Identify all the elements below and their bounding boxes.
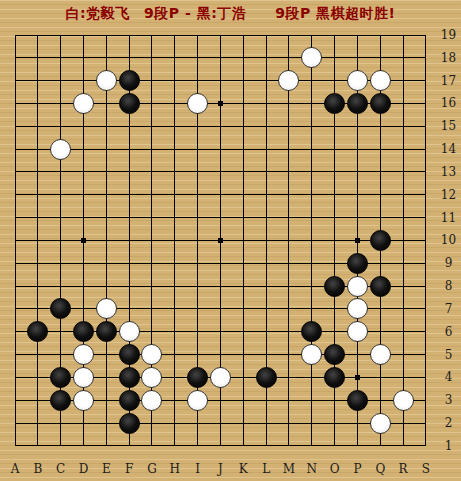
intersection-O3[interactable] [323,389,346,412]
intersection-B17[interactable] [26,69,49,92]
intersection-P18[interactable] [346,46,369,69]
intersection-K18[interactable] [232,46,255,69]
intersection-L11[interactable] [255,206,278,229]
intersection-N11[interactable] [300,206,323,229]
intersection-M16[interactable] [278,92,301,115]
intersection-Q9[interactable] [369,252,392,275]
intersection-L7[interactable] [255,298,278,321]
intersection-L16[interactable] [255,92,278,115]
intersection-E8[interactable] [95,275,118,298]
intersection-N19[interactable] [300,24,323,47]
intersection-M17[interactable] [278,69,301,92]
intersection-G3[interactable] [141,389,164,412]
intersection-K5[interactable] [232,343,255,366]
intersection-D9[interactable] [72,252,95,275]
intersection-F12[interactable] [118,183,141,206]
intersection-A18[interactable] [4,46,27,69]
intersection-P19[interactable] [346,24,369,47]
intersection-O19[interactable] [323,24,346,47]
intersection-J10[interactable] [209,229,232,252]
intersection-N1[interactable] [300,435,323,458]
intersection-O17[interactable] [323,69,346,92]
intersection-E18[interactable] [95,46,118,69]
intersection-I13[interactable] [186,161,209,184]
intersection-N6[interactable] [300,320,323,343]
intersection-D7[interactable] [72,298,95,321]
intersection-H13[interactable] [163,161,186,184]
intersection-G5[interactable] [141,343,164,366]
intersection-P10[interactable] [346,229,369,252]
intersection-C1[interactable] [49,435,72,458]
intersection-R2[interactable] [392,412,415,435]
intersection-H5[interactable] [163,343,186,366]
intersection-A7[interactable] [4,298,27,321]
intersection-N16[interactable] [300,92,323,115]
intersection-Q2[interactable] [369,412,392,435]
intersection-O9[interactable] [323,252,346,275]
intersection-J18[interactable] [209,46,232,69]
intersection-E7[interactable] [95,298,118,321]
intersection-S9[interactable] [415,252,438,275]
intersection-N9[interactable] [300,252,323,275]
intersection-P16[interactable] [346,92,369,115]
intersection-N4[interactable] [300,366,323,389]
intersection-A2[interactable] [4,412,27,435]
intersection-M5[interactable] [278,343,301,366]
intersection-G18[interactable] [141,46,164,69]
intersection-K14[interactable] [232,138,255,161]
intersection-H16[interactable] [163,92,186,115]
intersection-C2[interactable] [49,412,72,435]
intersection-R13[interactable] [392,161,415,184]
intersection-S5[interactable] [415,343,438,366]
intersection-C8[interactable] [49,275,72,298]
intersection-O12[interactable] [323,183,346,206]
intersection-J8[interactable] [209,275,232,298]
intersection-A9[interactable] [4,252,27,275]
intersection-H19[interactable] [163,24,186,47]
intersection-L4[interactable] [255,366,278,389]
intersection-D11[interactable] [72,206,95,229]
intersection-K15[interactable] [232,115,255,138]
intersection-Q1[interactable] [369,435,392,458]
intersection-P7[interactable] [346,298,369,321]
intersection-K12[interactable] [232,183,255,206]
intersection-H3[interactable] [163,389,186,412]
intersection-B15[interactable] [26,115,49,138]
intersection-N18[interactable] [300,46,323,69]
intersection-F1[interactable] [118,435,141,458]
intersection-F4[interactable] [118,366,141,389]
intersection-H4[interactable] [163,366,186,389]
intersection-M4[interactable] [278,366,301,389]
intersection-J1[interactable] [209,435,232,458]
intersection-E6[interactable] [95,320,118,343]
intersection-O5[interactable] [323,343,346,366]
intersection-A13[interactable] [4,161,27,184]
intersection-O8[interactable] [323,275,346,298]
intersection-C10[interactable] [49,229,72,252]
intersection-N8[interactable] [300,275,323,298]
intersection-K7[interactable] [232,298,255,321]
intersection-S2[interactable] [415,412,438,435]
intersection-M1[interactable] [278,435,301,458]
intersection-I5[interactable] [186,343,209,366]
intersection-P12[interactable] [346,183,369,206]
intersection-B8[interactable] [26,275,49,298]
intersection-Q17[interactable] [369,69,392,92]
intersection-E12[interactable] [95,183,118,206]
intersection-K17[interactable] [232,69,255,92]
intersection-L5[interactable] [255,343,278,366]
intersection-N10[interactable] [300,229,323,252]
intersection-S7[interactable] [415,298,438,321]
intersection-H9[interactable] [163,252,186,275]
intersection-H17[interactable] [163,69,186,92]
intersection-R3[interactable] [392,389,415,412]
intersection-I18[interactable] [186,46,209,69]
intersection-O15[interactable] [323,115,346,138]
intersection-S12[interactable] [415,183,438,206]
intersection-D16[interactable] [72,92,95,115]
intersection-J12[interactable] [209,183,232,206]
intersection-P11[interactable] [346,206,369,229]
intersection-B6[interactable] [26,320,49,343]
intersection-G14[interactable] [141,138,164,161]
intersection-N5[interactable] [300,343,323,366]
intersection-B5[interactable] [26,343,49,366]
intersection-G6[interactable] [141,320,164,343]
intersection-N13[interactable] [300,161,323,184]
intersection-L15[interactable] [255,115,278,138]
intersection-D14[interactable] [72,138,95,161]
intersection-S19[interactable] [415,24,438,47]
intersection-Q3[interactable] [369,389,392,412]
intersection-R11[interactable] [392,206,415,229]
intersection-S10[interactable] [415,229,438,252]
intersection-J15[interactable] [209,115,232,138]
intersection-K4[interactable] [232,366,255,389]
intersection-I9[interactable] [186,252,209,275]
intersection-L14[interactable] [255,138,278,161]
intersection-R12[interactable] [392,183,415,206]
intersection-Q16[interactable] [369,92,392,115]
intersection-E10[interactable] [95,229,118,252]
intersection-J7[interactable] [209,298,232,321]
intersection-O4[interactable] [323,366,346,389]
intersection-M18[interactable] [278,46,301,69]
intersection-K8[interactable] [232,275,255,298]
intersection-B12[interactable] [26,183,49,206]
intersection-G12[interactable] [141,183,164,206]
intersection-M6[interactable] [278,320,301,343]
intersection-N17[interactable] [300,69,323,92]
intersection-K1[interactable] [232,435,255,458]
intersection-J19[interactable] [209,24,232,47]
intersection-H7[interactable] [163,298,186,321]
intersection-D1[interactable] [72,435,95,458]
intersection-G8[interactable] [141,275,164,298]
intersection-P6[interactable] [346,320,369,343]
intersection-C15[interactable] [49,115,72,138]
intersection-D8[interactable] [72,275,95,298]
intersection-A15[interactable] [4,115,27,138]
intersection-I14[interactable] [186,138,209,161]
intersection-I10[interactable] [186,229,209,252]
intersection-H8[interactable] [163,275,186,298]
intersection-B3[interactable] [26,389,49,412]
intersection-H14[interactable] [163,138,186,161]
intersection-G9[interactable] [141,252,164,275]
intersection-P4[interactable] [346,366,369,389]
intersection-Q7[interactable] [369,298,392,321]
intersection-A1[interactable] [4,435,27,458]
intersection-Q13[interactable] [369,161,392,184]
intersection-A5[interactable] [4,343,27,366]
intersection-O7[interactable] [323,298,346,321]
intersection-J16[interactable] [209,92,232,115]
intersection-M11[interactable] [278,206,301,229]
intersection-F10[interactable] [118,229,141,252]
intersection-G15[interactable] [141,115,164,138]
intersection-F18[interactable] [118,46,141,69]
intersection-D6[interactable] [72,320,95,343]
intersection-P3[interactable] [346,389,369,412]
intersection-J9[interactable] [209,252,232,275]
intersection-F7[interactable] [118,298,141,321]
intersection-K10[interactable] [232,229,255,252]
intersection-S1[interactable] [415,435,438,458]
intersection-R15[interactable] [392,115,415,138]
intersection-R9[interactable] [392,252,415,275]
intersection-N14[interactable] [300,138,323,161]
intersection-D4[interactable] [72,366,95,389]
intersection-P2[interactable] [346,412,369,435]
intersection-S18[interactable] [415,46,438,69]
intersection-K3[interactable] [232,389,255,412]
intersection-D15[interactable] [72,115,95,138]
intersection-I8[interactable] [186,275,209,298]
intersection-R17[interactable] [392,69,415,92]
intersection-S13[interactable] [415,161,438,184]
intersection-C19[interactable] [49,24,72,47]
intersection-C14[interactable] [49,138,72,161]
intersection-B18[interactable] [26,46,49,69]
intersection-Q12[interactable] [369,183,392,206]
intersection-Q18[interactable] [369,46,392,69]
intersection-J6[interactable] [209,320,232,343]
intersection-G2[interactable] [141,412,164,435]
intersection-D5[interactable] [72,343,95,366]
intersection-O6[interactable] [323,320,346,343]
intersection-F2[interactable] [118,412,141,435]
intersection-E1[interactable] [95,435,118,458]
intersection-S14[interactable] [415,138,438,161]
intersection-C18[interactable] [49,46,72,69]
intersection-E13[interactable] [95,161,118,184]
intersection-L9[interactable] [255,252,278,275]
intersection-A3[interactable] [4,389,27,412]
intersection-C3[interactable] [49,389,72,412]
intersection-N2[interactable] [300,412,323,435]
intersection-C11[interactable] [49,206,72,229]
intersection-J14[interactable] [209,138,232,161]
intersection-A16[interactable] [4,92,27,115]
intersection-F17[interactable] [118,69,141,92]
intersection-F16[interactable] [118,92,141,115]
intersection-L19[interactable] [255,24,278,47]
intersection-E5[interactable] [95,343,118,366]
intersection-A19[interactable] [4,24,27,47]
intersection-K2[interactable] [232,412,255,435]
intersection-M14[interactable] [278,138,301,161]
intersection-R16[interactable] [392,92,415,115]
intersection-H2[interactable] [163,412,186,435]
intersection-B4[interactable] [26,366,49,389]
intersection-L12[interactable] [255,183,278,206]
intersection-B11[interactable] [26,206,49,229]
intersection-S16[interactable] [415,92,438,115]
intersection-L17[interactable] [255,69,278,92]
intersection-R4[interactable] [392,366,415,389]
intersection-H15[interactable] [163,115,186,138]
intersection-L6[interactable] [255,320,278,343]
intersection-F8[interactable] [118,275,141,298]
intersection-B7[interactable] [26,298,49,321]
intersection-B10[interactable] [26,229,49,252]
intersection-F11[interactable] [118,206,141,229]
intersection-K11[interactable] [232,206,255,229]
intersection-K16[interactable] [232,92,255,115]
intersection-F9[interactable] [118,252,141,275]
intersection-D13[interactable] [72,161,95,184]
intersection-E3[interactable] [95,389,118,412]
intersection-O1[interactable] [323,435,346,458]
intersection-H11[interactable] [163,206,186,229]
intersection-C9[interactable] [49,252,72,275]
intersection-D2[interactable] [72,412,95,435]
intersection-B16[interactable] [26,92,49,115]
intersection-E15[interactable] [95,115,118,138]
intersection-I12[interactable] [186,183,209,206]
intersection-L18[interactable] [255,46,278,69]
intersection-M10[interactable] [278,229,301,252]
intersection-K9[interactable] [232,252,255,275]
intersection-I17[interactable] [186,69,209,92]
intersection-Q11[interactable] [369,206,392,229]
intersection-S17[interactable] [415,69,438,92]
intersection-Q19[interactable] [369,24,392,47]
intersection-F3[interactable] [118,389,141,412]
intersection-S15[interactable] [415,115,438,138]
intersection-O11[interactable] [323,206,346,229]
intersection-F5[interactable] [118,343,141,366]
intersection-Q8[interactable] [369,275,392,298]
intersection-E11[interactable] [95,206,118,229]
intersection-E14[interactable] [95,138,118,161]
intersection-M2[interactable] [278,412,301,435]
intersection-B13[interactable] [26,161,49,184]
intersection-S4[interactable] [415,366,438,389]
intersection-I7[interactable] [186,298,209,321]
intersection-C17[interactable] [49,69,72,92]
intersection-I6[interactable] [186,320,209,343]
intersection-A10[interactable] [4,229,27,252]
intersection-S6[interactable] [415,320,438,343]
intersection-Q10[interactable] [369,229,392,252]
intersection-B9[interactable] [26,252,49,275]
intersection-P9[interactable] [346,252,369,275]
intersection-A17[interactable] [4,69,27,92]
intersection-E4[interactable] [95,366,118,389]
intersection-P5[interactable] [346,343,369,366]
intersection-D3[interactable] [72,389,95,412]
intersection-A8[interactable] [4,275,27,298]
intersection-R5[interactable] [392,343,415,366]
intersection-H6[interactable] [163,320,186,343]
intersection-I1[interactable] [186,435,209,458]
intersection-I4[interactable] [186,366,209,389]
intersection-C16[interactable] [49,92,72,115]
intersection-P13[interactable] [346,161,369,184]
intersection-Q5[interactable] [369,343,392,366]
intersection-G13[interactable] [141,161,164,184]
intersection-J13[interactable] [209,161,232,184]
intersection-S3[interactable] [415,389,438,412]
intersection-J17[interactable] [209,69,232,92]
intersection-O10[interactable] [323,229,346,252]
intersection-E16[interactable] [95,92,118,115]
intersection-P1[interactable] [346,435,369,458]
intersection-J11[interactable] [209,206,232,229]
intersection-J4[interactable] [209,366,232,389]
intersection-H1[interactable] [163,435,186,458]
intersection-K19[interactable] [232,24,255,47]
intersection-C12[interactable] [49,183,72,206]
intersection-R14[interactable] [392,138,415,161]
intersection-G17[interactable] [141,69,164,92]
intersection-F19[interactable] [118,24,141,47]
intersection-D10[interactable] [72,229,95,252]
intersection-L2[interactable] [255,412,278,435]
intersection-C7[interactable] [49,298,72,321]
intersection-R1[interactable] [392,435,415,458]
intersection-O2[interactable] [323,412,346,435]
intersection-J3[interactable] [209,389,232,412]
intersection-M19[interactable] [278,24,301,47]
intersection-G1[interactable] [141,435,164,458]
intersection-I15[interactable] [186,115,209,138]
intersection-B2[interactable] [26,412,49,435]
intersection-L1[interactable] [255,435,278,458]
intersection-M9[interactable] [278,252,301,275]
intersection-C6[interactable] [49,320,72,343]
intersection-L13[interactable] [255,161,278,184]
intersection-H18[interactable] [163,46,186,69]
intersection-C13[interactable] [49,161,72,184]
intersection-H12[interactable] [163,183,186,206]
intersection-R18[interactable] [392,46,415,69]
intersection-R8[interactable] [392,275,415,298]
intersection-M3[interactable] [278,389,301,412]
intersection-J5[interactable] [209,343,232,366]
intersection-J2[interactable] [209,412,232,435]
intersection-G16[interactable] [141,92,164,115]
intersection-I3[interactable] [186,389,209,412]
intersection-C5[interactable] [49,343,72,366]
intersection-A6[interactable] [4,320,27,343]
intersection-O14[interactable] [323,138,346,161]
